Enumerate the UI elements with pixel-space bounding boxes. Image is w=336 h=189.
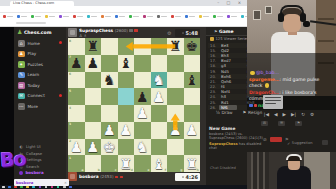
square-c3[interactable]: ♟ [101, 122, 118, 139]
square-a6[interactable]: 6 [68, 72, 85, 89]
favicon [171, 15, 174, 18]
square-c8[interactable] [101, 38, 118, 55]
taskbar-app-icon[interactable] [45, 186, 48, 189]
piece-bn-c6[interactable]: ♞ [103, 73, 116, 87]
sidebar-item-label: Play [28, 51, 37, 56]
bottom-player-rating: (2453) [100, 174, 113, 179]
piece-br-b8[interactable]: ♜ [86, 39, 99, 53]
footer-label: Light UI [26, 144, 41, 149]
tab-game[interactable]: ⚑Game [214, 29, 234, 34]
bookmark-item[interactable] [73, 15, 83, 18]
draw-button[interactable]: ½Draw [216, 110, 233, 115]
clock-icon [182, 32, 185, 35]
taskbar-app-icon[interactable] [51, 186, 54, 189]
bookmark-item[interactable] [171, 15, 181, 18]
piece-wp-h3[interactable]: ♟ [185, 123, 198, 137]
square-a7[interactable]: 7♟ [68, 55, 85, 72]
mini-board-icon[interactable] [322, 140, 328, 146]
taskbar-app-icon[interactable] [63, 186, 66, 189]
piece-bp-a7[interactable]: ♟ [70, 56, 83, 70]
square-e2[interactable]: ♞ [134, 139, 151, 156]
taskbar-app-icon[interactable] [14, 186, 17, 189]
piece-wp-f5[interactable]: ♟ [152, 90, 165, 104]
matchup-line: bosbora (2453) vs. SupraspChess (2600) (… [209, 132, 265, 141]
bottom-player-avatar[interactable] [68, 172, 77, 181]
bottom-player-name[interactable]: bosbora [79, 174, 99, 179]
favicon [59, 15, 62, 18]
share-icon[interactable]: ✉ [261, 121, 268, 126]
next-move-icon[interactable]: ▶ [283, 112, 287, 117]
square-f6[interactable]: ♞ [151, 72, 168, 89]
square-e3[interactable] [134, 122, 151, 139]
settings-icon[interactable]: ⚙ [310, 112, 314, 117]
chat-disabled-label: Chat Disabled [210, 166, 236, 170]
last-move-icon[interactable]: ▶| [291, 112, 296, 117]
square-d8[interactable] [118, 38, 135, 55]
notification-badge [59, 41, 62, 44]
sidebar-item-play[interactable]: ♟Play [14, 49, 66, 60]
square-e6[interactable] [134, 72, 151, 89]
favicon [3, 15, 6, 18]
square-f2[interactable] [151, 139, 168, 156]
chat-message: DragonCh…: i like bosbora's commentary [249, 90, 334, 101]
footer-label: Settings [26, 157, 42, 162]
sidebar-item-label: Home [28, 41, 40, 46]
piece-wn-f6[interactable]: ♞ [152, 73, 165, 87]
chesscom-logo[interactable]: ♟ Chess.com [17, 29, 52, 35]
menu-icon[interactable]: ☰ [278, 121, 285, 126]
sidebar-item-label: More [28, 104, 38, 109]
white-headphones-icon [286, 154, 302, 160]
bookmark-item[interactable] [129, 15, 139, 18]
square-a5[interactable]: 5 [68, 88, 85, 105]
sidebar-item-learn[interactable]: ✎Learn [14, 70, 66, 81]
piece-wp-b2[interactable]: ♟ [86, 140, 99, 154]
bottom-player-flag [120, 176, 124, 179]
square-b5[interactable] [85, 88, 102, 105]
favicon [227, 15, 230, 18]
square-d4[interactable] [118, 105, 135, 122]
square-f7[interactable] [151, 55, 168, 72]
chat-message: @b_bab… [249, 70, 334, 76]
bookmark-item[interactable] [31, 15, 41, 18]
piece-br-g8[interactable]: ♜ [169, 39, 182, 53]
connect-icon: ✉ [18, 93, 25, 100]
sidebar-item-puzzles[interactable]: ✦Puzzles [14, 59, 66, 70]
stream-logo: Bo [0, 147, 26, 171]
square-a8[interactable]: 8 [68, 38, 85, 55]
footer-label: Search [26, 164, 39, 169]
piece-wp-g3[interactable]: ♟ [169, 123, 182, 137]
prev-move-icon[interactable]: ◀ [274, 112, 278, 117]
twitch-chat-overlay[interactable]: @b_bab…spurgeme…: mid game pulse check D… [247, 53, 336, 110]
favicon [157, 15, 160, 18]
bookmark-item[interactable] [17, 15, 27, 18]
top-player-flag [134, 29, 138, 32]
square-f3[interactable] [151, 122, 168, 139]
favicon [199, 15, 202, 18]
chat-disabled-line: SupraspChess has disabled chat [209, 142, 267, 150]
square-b7[interactable]: ♟ [85, 55, 102, 72]
bookmark-item[interactable] [45, 15, 55, 18]
close-icon[interactable]: ✕ [64, 181, 67, 185]
square-f5[interactable]: ♟ [151, 88, 168, 105]
sidebar-item-today[interactable]: ▤Today [14, 80, 66, 91]
logo-text: Chess.com [24, 30, 52, 35]
square-g2[interactable] [167, 139, 184, 156]
bookmark-item[interactable] [143, 15, 153, 18]
square-h3[interactable]: ♟ [184, 122, 201, 139]
notification-badge [59, 94, 62, 97]
square-g7[interactable] [167, 55, 184, 72]
square-b2[interactable]: ♟ [85, 139, 102, 156]
sidebar-item-connect[interactable]: ✉Connect [14, 91, 66, 102]
top-player-clock: 5:48 [175, 29, 200, 38]
square-h1[interactable]: h♜ [184, 155, 201, 172]
piece-bk-h8[interactable]: ♚ [185, 39, 198, 53]
piece-bp-b7[interactable]: ♟ [86, 56, 99, 70]
square-f4[interactable] [151, 105, 168, 122]
alert-text: bosbora [16, 180, 62, 185]
square-d1[interactable]: d♜ [118, 155, 135, 172]
user-avatar [19, 171, 23, 175]
square-d5[interactable] [118, 88, 135, 105]
square-e8[interactable] [134, 38, 151, 55]
last-move-highlight [118, 88, 135, 105]
sidebar-item-home[interactable]: ⌂Home [14, 38, 66, 49]
bottom-player-badge [115, 176, 119, 179]
bottom-player-clock: 4:26 [175, 173, 200, 182]
square-h4[interactable] [184, 105, 201, 122]
square-c7[interactable] [101, 55, 118, 72]
bookmark-item[interactable] [199, 15, 209, 18]
square-d7[interactable]: ♝ [118, 55, 135, 72]
flip-board-icon[interactable]: ↻ [301, 112, 305, 117]
favicon [213, 15, 216, 18]
bookmark-item[interactable] [115, 15, 125, 18]
square-g3[interactable]: ♟ [167, 122, 184, 139]
favicon [73, 15, 76, 18]
bookmark-item[interactable] [227, 15, 237, 18]
square-b8[interactable]: ♜ [85, 38, 102, 55]
rank-label: 3 [69, 122, 71, 126]
sidebar-item-label: Puzzles [28, 62, 43, 67]
rank-label: 7 [69, 55, 71, 59]
chat-badge [254, 104, 258, 108]
chat-control-row: ⊘ ⚑ [263, 137, 289, 142]
square-a2[interactable]: 2♟ [68, 139, 85, 156]
chat-popup [263, 95, 283, 109]
square-h8[interactable]: ♚ [184, 38, 201, 55]
play-icon: ♟ [18, 51, 25, 58]
piece-wp-d3[interactable]: ♟ [119, 123, 132, 137]
favicon [129, 15, 132, 18]
favicon [115, 15, 118, 18]
square-h7[interactable] [184, 55, 201, 72]
chat-message: spurgeme…: mid game pulse check [249, 77, 334, 88]
sidebar-username[interactable]: bosbora [14, 170, 66, 177]
square-c5[interactable] [101, 88, 118, 105]
trophy-icon [210, 37, 214, 41]
bookmark-item[interactable] [59, 15, 69, 18]
square-g5[interactable] [167, 88, 184, 105]
square-e4[interactable]: ♟ [134, 105, 151, 122]
square-b1[interactable]: b [85, 155, 102, 172]
bookmark-item[interactable] [101, 15, 111, 18]
piece-wk-c2[interactable]: ♚ [103, 140, 116, 154]
taskbar-app-icon[interactable] [20, 186, 23, 189]
top-captured-pieces: ♙ ♗ [79, 34, 165, 38]
taskbar-app-icon[interactable] [26, 186, 29, 189]
streamer-face [283, 14, 301, 32]
stream-screen: Live Chess - Chess.com – □ × ← → ⟳ chess… [0, 0, 336, 189]
panel-small-buttons: ✉☰⚑ [261, 121, 302, 126]
chat-username[interactable]: spurgeme… [249, 77, 279, 82]
footer-label: Collapse [26, 151, 42, 156]
square-c6[interactable]: ♞ [101, 72, 118, 89]
square-c4[interactable] [101, 105, 118, 122]
flag-icon[interactable]: ⚑ [295, 121, 302, 126]
bookmark-item[interactable] [87, 15, 97, 18]
piece-bb-h6[interactable]: ♝ [185, 73, 198, 87]
stream-alert-bar: bosbora ✕ [14, 179, 69, 186]
square-a3[interactable]: 3 [68, 122, 85, 139]
second-webcam [247, 152, 336, 189]
square-b6[interactable] [85, 72, 102, 89]
square-b4[interactable] [85, 105, 102, 122]
favicon [31, 15, 34, 18]
taskbar-app-icon[interactable] [39, 186, 42, 189]
rank-label: 8 [69, 39, 71, 43]
board-settings-icon[interactable]: ⚙ [167, 30, 171, 36]
pawn-icon: ♟ [17, 29, 22, 35]
rank-label: 2 [69, 139, 71, 143]
taskbar-app-icon[interactable] [32, 186, 35, 189]
square-e7[interactable] [134, 55, 151, 72]
bookmark-item[interactable] [213, 15, 223, 18]
headphones-icon [280, 5, 304, 13]
bookmark-item[interactable] [3, 15, 13, 18]
square-h2[interactable] [184, 139, 201, 156]
no-chat-icon[interactable]: ⊘ [263, 137, 267, 142]
flag-icon: ⚑ [214, 29, 218, 34]
top-player-avatar[interactable] [68, 28, 77, 37]
chat-message: nano… [249, 103, 334, 109]
sidebar-item-label: Today [28, 83, 40, 88]
piece-wb-f1[interactable]: ♝ [152, 157, 165, 171]
piece-bp-e5[interactable]: ♟ [136, 90, 149, 104]
rack [251, 152, 269, 189]
rank-label: 5 [69, 89, 71, 93]
taskbar-app-icon[interactable] [8, 186, 11, 189]
square-d2[interactable] [118, 139, 135, 156]
square-g1[interactable]: g [167, 155, 184, 172]
square-g4[interactable] [167, 105, 184, 122]
wall-frame [253, 10, 261, 20]
move-nav-controls: |◀◀▶▶|↻⚙ [254, 112, 324, 117]
suggestion-toggle[interactable]: ✓ Suggestion [287, 141, 312, 146]
square-d3[interactable]: ♟ [118, 122, 135, 139]
more-icon: ⋯ [18, 103, 25, 110]
taskbar-app-icon[interactable] [57, 186, 60, 189]
square-c2[interactable]: ♚ [101, 139, 118, 156]
sidebar-item-more[interactable]: ⋯More [14, 101, 66, 112]
favicon [185, 15, 188, 18]
piece-wp-a2[interactable]: ♟ [70, 140, 83, 154]
sidebar-item-label: Learn [28, 72, 40, 77]
piece-wp-e4[interactable]: ♟ [136, 106, 149, 120]
learn-icon: ✎ [18, 72, 25, 79]
top-player-bar: SupraspChess (2600) ♙ ♗ ⚙ 5:48 [68, 28, 200, 39]
square-h6[interactable]: ♝ [184, 72, 201, 89]
square-b3[interactable] [85, 122, 102, 139]
taskbar-app-icon[interactable] [69, 186, 72, 189]
square-h5[interactable] [184, 88, 201, 105]
microphone [303, 21, 310, 27]
favicon [101, 15, 104, 18]
home-icon: ⌂ [18, 40, 25, 47]
square-a4[interactable]: 4 [68, 105, 85, 122]
piece-bb-d7[interactable]: ♝ [119, 56, 132, 70]
clock-icon [182, 176, 185, 179]
taskbar-app-icon[interactable] [2, 186, 5, 189]
today-icon: ▤ [18, 82, 25, 89]
rank-label: 4 [69, 106, 71, 110]
square-e1[interactable]: e [134, 155, 151, 172]
top-player-rating: (2600) [115, 28, 128, 33]
chat-emote [250, 71, 255, 76]
sidebar-item-label: Connect [28, 93, 45, 98]
wall-frame [265, 6, 272, 14]
report-button[interactable] [270, 137, 282, 142]
square-f8[interactable] [151, 38, 168, 55]
rank-label: 1 [69, 156, 71, 160]
puzzles-icon: ✦ [18, 61, 25, 68]
square-d6[interactable] [118, 72, 135, 89]
chat-emote [265, 83, 270, 88]
favicon [87, 15, 90, 18]
bottom-player-bar: bosbora (2453) 4:26 [68, 172, 200, 183]
white-move[interactable]: Rd1 [219, 100, 245, 105]
square-a1[interactable]: 1a [68, 155, 85, 172]
square-e5[interactable]: ♟ [134, 88, 151, 105]
chess-board[interactable]: 8♜♜♚7♟♟♝6♞♞♝5♟♟4♟3♟♟♟♟2♟♟♚♞1abcd♜ef♝gh♜ [68, 38, 200, 172]
first-move-icon[interactable]: |◀ [264, 112, 269, 117]
favicon [45, 15, 48, 18]
new-game-title: New Game [209, 126, 235, 131]
top-player-badge [129, 29, 133, 32]
piece-wp-c3[interactable]: ♟ [103, 123, 116, 137]
bookmark-item[interactable] [157, 15, 167, 18]
favicon [17, 15, 20, 18]
bookmark-item[interactable] [185, 15, 195, 18]
square-g6[interactable] [167, 72, 184, 89]
half-icon: ½ [216, 110, 220, 115]
square-f1[interactable]: f♝ [151, 155, 168, 172]
rank-label: 6 [69, 72, 71, 76]
resign-flag-icon: ⚑ [243, 110, 247, 115]
piece-wn-e2[interactable]: ♞ [136, 140, 149, 154]
favicon [241, 15, 244, 18]
square-g8[interactable]: ♜ [167, 38, 184, 55]
check-icon: ✓ [287, 141, 290, 146]
favicon [143, 15, 146, 18]
square-c1[interactable]: c [101, 155, 118, 172]
chat-badge [249, 104, 253, 108]
